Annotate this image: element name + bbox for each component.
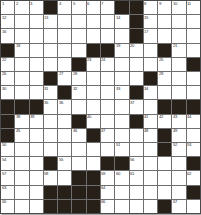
letter-cell-r3c13[interactable]	[172, 29, 185, 42]
letter-cell-r13c4[interactable]: 58	[44, 171, 57, 184]
black-cell-r15c7	[87, 200, 100, 213]
letter-cell-r5c2[interactable]	[15, 58, 28, 71]
clue-number: 38	[16, 114, 20, 119]
clue-number: 36	[59, 100, 63, 105]
letter-cell-r10c2[interactable]: 45	[15, 129, 28, 142]
letter-cell-r12c10[interactable]: 56	[130, 157, 143, 170]
letter-cell-r5c4[interactable]	[44, 58, 57, 71]
clue-number: 46	[73, 128, 77, 133]
crossword-grid: 1234567891011121314151617181920212223242…	[0, 0, 201, 214]
letter-cell-r1c7[interactable]: 6	[87, 1, 100, 14]
black-cell-r8c2	[15, 100, 28, 113]
letter-cell-r4c9[interactable]: 19	[115, 44, 128, 57]
letter-cell-r6c13[interactable]	[172, 72, 185, 85]
black-cell-r15c6	[72, 200, 85, 213]
clue-number: 28	[73, 71, 77, 76]
letter-cell-r15c3[interactable]	[30, 200, 43, 213]
letter-cell-r7c8[interactable]	[101, 86, 114, 99]
letter-cell-r12c1[interactable]: 54	[1, 157, 14, 170]
letter-cell-r12c3[interactable]	[30, 157, 43, 170]
black-cell-r5c6	[72, 58, 85, 71]
letter-cell-r14c3[interactable]	[30, 186, 43, 199]
clue-number: 41	[144, 114, 148, 119]
letter-cell-r14c9[interactable]	[115, 186, 128, 199]
clue-number: 14	[116, 15, 120, 20]
letter-cell-r10c6[interactable]: 46	[72, 129, 85, 142]
clue-number: 8	[144, 1, 146, 6]
letter-cell-r12c12[interactable]	[158, 157, 171, 170]
black-cell-r9c1	[1, 115, 14, 128]
letter-cell-r13c9[interactable]: 60	[115, 171, 128, 184]
letter-cell-r13c10[interactable]: 61	[130, 171, 143, 184]
letter-cell-r5c10[interactable]	[130, 58, 143, 71]
letter-cell-r10c11[interactable]: 48	[144, 129, 157, 142]
letter-cell-r2c13[interactable]	[172, 15, 185, 28]
clue-number: 60	[116, 171, 120, 176]
black-cell-r9c6	[72, 115, 85, 128]
letter-cell-r6c6[interactable]: 28	[72, 72, 85, 85]
letter-cell-r5c7[interactable]: 23	[87, 58, 100, 71]
letter-cell-r15c1[interactable]: 65	[1, 200, 14, 213]
clue-number: 37	[130, 100, 134, 105]
clue-number: 56	[130, 157, 134, 162]
letter-cell-r15c10[interactable]	[130, 200, 143, 213]
letter-cell-r6c2[interactable]	[15, 72, 28, 85]
letter-cell-r10c9[interactable]	[115, 129, 128, 142]
letter-cell-r7c1[interactable]: 30	[1, 86, 14, 99]
black-cell-r12c8	[101, 157, 114, 170]
black-cell-r9c10	[130, 115, 143, 128]
letter-cell-r7c6[interactable]: 32	[72, 86, 85, 99]
clue-number: 52	[173, 142, 177, 147]
clue-number: 50	[2, 142, 6, 147]
clue-number: 63	[2, 185, 6, 190]
black-cell-r15c12	[158, 200, 171, 213]
letter-cell-r13c13[interactable]	[172, 171, 185, 184]
letter-cell-r4c10[interactable]: 20	[130, 44, 143, 57]
clue-number: 39	[30, 114, 34, 119]
clue-number: 22	[2, 57, 6, 62]
letter-cell-r10c8[interactable]: 47	[101, 129, 114, 142]
black-cell-r12c14	[187, 157, 200, 170]
clue-number: 3	[30, 1, 32, 6]
letter-cell-r5c5[interactable]	[58, 58, 71, 71]
clue-number: 15	[144, 15, 148, 20]
letter-cell-r1c12[interactable]: 9	[158, 1, 171, 14]
letter-cell-r9c7[interactable]: 40	[87, 115, 100, 128]
letter-cell-r3c11[interactable]: 17	[144, 29, 157, 42]
letter-cell-r15c11[interactable]	[144, 200, 157, 213]
clue-number: 12	[2, 15, 6, 20]
clue-number: 35	[44, 100, 48, 105]
black-cell-r7c5	[58, 86, 71, 99]
letter-cell-r3c5[interactable]	[58, 29, 71, 42]
letter-cell-r9c11[interactable]: 41	[144, 115, 157, 128]
letter-cell-r2c7[interactable]	[87, 15, 100, 28]
letter-cell-r8c11[interactable]	[144, 100, 157, 113]
letter-cell-r10c10[interactable]	[130, 129, 143, 142]
letter-cell-r6c7[interactable]	[87, 72, 100, 85]
clue-number: 19	[116, 43, 120, 48]
clue-number: 31	[44, 86, 48, 91]
letter-cell-r11c9[interactable]: 51	[115, 143, 128, 156]
clue-number: 17	[144, 29, 148, 34]
letter-cell-r5c1[interactable]: 22	[1, 58, 14, 71]
letter-cell-r11c13[interactable]: 52	[172, 143, 185, 156]
black-cell-r13c7	[87, 171, 100, 184]
clue-number: 24	[101, 57, 105, 62]
letter-cell-r7c11[interactable]: 34	[144, 86, 157, 99]
black-cell-r13c6	[72, 171, 85, 184]
black-cell-r1c9	[115, 1, 128, 14]
letter-cell-r12c7[interactable]	[87, 157, 100, 170]
clue-number: 9	[159, 1, 161, 6]
clue-number: 33	[116, 86, 120, 91]
clue-number: 6	[87, 1, 89, 6]
letter-cell-r8c9[interactable]	[115, 100, 128, 113]
letter-cell-r4c6[interactable]	[72, 44, 85, 57]
clue-number: 49	[173, 128, 177, 133]
letter-cell-r2c12[interactable]	[158, 15, 171, 28]
letter-cell-r1c11[interactable]: 8	[144, 1, 157, 14]
clue-number: 18	[16, 43, 20, 48]
letter-cell-r12c6[interactable]	[72, 157, 85, 170]
black-cell-r15c5	[58, 200, 71, 213]
letter-cell-r8c10[interactable]: 37	[130, 100, 143, 113]
letter-cell-r2c14[interactable]	[187, 15, 200, 28]
letter-cell-r2c11[interactable]: 15	[144, 15, 157, 28]
letter-cell-r12c2[interactable]	[15, 157, 28, 170]
black-cell-r15c4	[44, 200, 57, 213]
letter-cell-r2c2[interactable]	[15, 15, 28, 28]
clue-number: 67	[173, 199, 177, 204]
black-cell-r1c10	[130, 1, 143, 14]
letter-cell-r1c5[interactable]: 4	[58, 1, 71, 14]
black-cell-r11c12	[158, 143, 171, 156]
letter-cell-r9c8[interactable]	[101, 115, 114, 128]
letter-cell-r15c2[interactable]	[15, 200, 28, 213]
letter-cell-r4c2[interactable]: 18	[15, 44, 28, 57]
clue-number: 2	[16, 1, 18, 6]
letter-cell-r11c3[interactable]	[30, 143, 43, 156]
letter-cell-r2c8[interactable]	[101, 15, 114, 28]
letter-cell-r8c6[interactable]	[72, 100, 85, 113]
black-cell-r4c8	[101, 44, 114, 57]
letter-cell-r2c5[interactable]	[58, 15, 71, 28]
letter-cell-r4c4[interactable]	[44, 44, 57, 57]
letter-cell-r1c1[interactable]: 1	[1, 1, 14, 14]
clue-number: 54	[2, 157, 6, 162]
letter-cell-r11c14[interactable]: 53	[187, 143, 200, 156]
letter-cell-r3c7[interactable]	[87, 29, 100, 42]
letter-cell-r6c14[interactable]	[187, 72, 200, 85]
clue-number: 64	[101, 185, 105, 190]
black-cell-r10c7	[87, 129, 100, 142]
clue-number: 61	[130, 171, 134, 176]
letter-cell-r5c13[interactable]	[172, 58, 185, 71]
letter-cell-r3c12[interactable]	[158, 29, 171, 42]
letter-cell-r7c3[interactable]	[30, 86, 43, 99]
clue-number: 7	[101, 1, 103, 6]
letter-cell-r7c7[interactable]	[87, 86, 100, 99]
letter-cell-r2c4[interactable]: 13	[44, 15, 57, 28]
letter-cell-r13c3[interactable]	[30, 171, 43, 184]
letter-cell-r4c13[interactable]: 21	[172, 44, 185, 57]
clue-number: 23	[87, 57, 91, 62]
letter-cell-r10c14[interactable]	[187, 129, 200, 142]
clue-number: 20	[130, 43, 134, 48]
clue-number: 42	[159, 114, 163, 119]
letter-cell-r11c4[interactable]	[44, 143, 57, 156]
clue-number: 66	[101, 199, 105, 204]
letter-cell-r11c8[interactable]	[101, 143, 114, 156]
letter-cell-r11c10[interactable]	[130, 143, 143, 156]
clue-number: 10	[173, 1, 177, 6]
letter-cell-r8c7[interactable]	[87, 100, 100, 113]
black-cell-r1c4	[44, 1, 57, 14]
black-cell-r4c12	[158, 44, 171, 57]
letter-cell-r3c14[interactable]	[187, 29, 200, 42]
clue-number: 11	[187, 1, 191, 6]
clue-number: 26	[2, 71, 6, 76]
letter-cell-r6c8[interactable]	[101, 72, 114, 85]
letter-cell-r3c1[interactable]: 16	[1, 29, 14, 42]
letter-cell-r13c5[interactable]	[58, 171, 71, 184]
clue-number: 16	[2, 29, 6, 34]
clue-number: 58	[44, 171, 48, 176]
clue-number: 51	[116, 142, 120, 147]
letter-cell-r7c12[interactable]	[158, 86, 171, 99]
black-cell-r2c10	[130, 15, 143, 28]
letter-cell-r15c14[interactable]	[187, 200, 200, 213]
letter-cell-r11c1[interactable]: 50	[1, 143, 14, 156]
clue-number: 29	[159, 71, 163, 76]
letter-cell-r12c13[interactable]	[172, 157, 185, 170]
letter-cell-r13c12[interactable]	[158, 171, 171, 184]
letter-cell-r9c14[interactable]: 44	[187, 115, 200, 128]
letter-cell-r14c8[interactable]: 64	[101, 186, 114, 199]
letter-cell-r3c2[interactable]	[15, 29, 28, 42]
letter-cell-r1c13[interactable]: 10	[172, 1, 185, 14]
letter-cell-r14c2[interactable]	[15, 186, 28, 199]
letter-cell-r14c11[interactable]	[144, 186, 157, 199]
letter-cell-r15c13[interactable]: 67	[172, 200, 185, 213]
black-cell-r5c14	[187, 58, 200, 71]
letter-cell-r6c12[interactable]: 29	[158, 72, 171, 85]
letter-cell-r3c6[interactable]	[72, 29, 85, 42]
letter-cell-r6c9[interactable]	[115, 72, 128, 85]
clue-number: 1	[2, 1, 4, 6]
black-cell-r4c7	[87, 44, 100, 57]
clue-number: 43	[173, 114, 177, 119]
clue-number: 30	[2, 86, 6, 91]
letter-cell-r6c1[interactable]: 26	[1, 72, 14, 85]
black-cell-r8c14	[187, 100, 200, 113]
clue-number: 34	[144, 86, 148, 91]
letter-cell-r15c9[interactable]	[115, 200, 128, 213]
letter-cell-r6c5[interactable]: 27	[58, 72, 71, 85]
clue-number: 47	[101, 128, 105, 133]
letter-cell-r2c3[interactable]	[30, 15, 43, 28]
letter-cell-r9c4[interactable]	[44, 115, 57, 128]
black-cell-r10c1	[1, 129, 14, 142]
black-cell-r6c11	[144, 72, 157, 85]
letter-cell-r5c11[interactable]	[144, 58, 157, 71]
letter-cell-r7c9[interactable]: 33	[115, 86, 128, 99]
letter-cell-r3c9[interactable]	[115, 29, 128, 42]
clue-number: 57	[2, 171, 6, 176]
letter-cell-r12c11[interactable]	[144, 157, 157, 170]
letter-cell-r9c9[interactable]	[115, 115, 128, 128]
black-cell-r12c9	[115, 157, 128, 170]
letter-cell-r5c3[interactable]	[30, 58, 43, 71]
crossword-puzzle: 1234567891011121314151617181920212223242…	[0, 0, 201, 215]
black-cell-r14c7	[87, 186, 100, 199]
clue-number: 55	[59, 157, 63, 162]
letter-cell-r11c11[interactable]	[144, 143, 157, 156]
letter-cell-r9c13[interactable]: 43	[172, 115, 185, 128]
black-cell-r8c13	[172, 100, 185, 113]
letter-cell-r3c8[interactable]	[101, 29, 114, 42]
letter-cell-r1c2[interactable]: 2	[15, 1, 28, 14]
letter-cell-r8c5[interactable]: 36	[58, 100, 71, 113]
letter-cell-r2c6[interactable]	[72, 15, 85, 28]
clue-number: 27	[59, 71, 63, 76]
black-cell-r3c10	[130, 29, 143, 42]
black-cell-r8c3	[30, 100, 43, 113]
letter-cell-r13c11[interactable]	[144, 171, 157, 184]
letter-cell-r13c2[interactable]	[15, 171, 28, 184]
letter-cell-r15c8[interactable]: 66	[101, 200, 114, 213]
letter-cell-r5c8[interactable]: 24	[101, 58, 114, 71]
clue-number: 48	[144, 128, 148, 133]
black-cell-r10c12	[158, 129, 171, 142]
letter-cell-r5c12[interactable]: 25	[158, 58, 171, 71]
letter-cell-r7c4[interactable]: 31	[44, 86, 57, 99]
black-cell-r14c4	[44, 186, 57, 199]
letter-cell-r2c9[interactable]: 14	[115, 15, 128, 28]
letter-cell-r8c4[interactable]: 35	[44, 100, 57, 113]
clue-number: 4	[59, 1, 61, 6]
black-cell-r4c1	[1, 44, 14, 57]
letter-cell-r7c2[interactable]	[15, 86, 28, 99]
letter-cell-r7c13[interactable]	[172, 86, 185, 99]
clue-number: 5	[73, 1, 75, 6]
letter-cell-r7c14[interactable]	[187, 86, 200, 99]
clue-number: 25	[159, 57, 163, 62]
letter-cell-r12c5[interactable]: 55	[58, 157, 71, 170]
letter-cell-r1c3[interactable]: 3	[30, 1, 43, 14]
letter-cell-r1c14[interactable]: 11	[187, 1, 200, 14]
letter-cell-r10c5[interactable]	[58, 129, 71, 142]
clue-number: 32	[73, 86, 77, 91]
clue-number: 21	[173, 43, 177, 48]
black-cell-r14c5	[58, 186, 71, 199]
letter-cell-r8c8[interactable]	[101, 100, 114, 113]
letter-cell-r13c8[interactable]: 59	[101, 171, 114, 184]
letter-cell-r4c5[interactable]	[58, 44, 71, 57]
letter-cell-r10c4[interactable]	[44, 129, 57, 142]
black-cell-r7c10	[130, 86, 143, 99]
letter-cell-r13c1[interactable]: 57	[1, 171, 14, 184]
letter-cell-r4c3[interactable]	[30, 44, 43, 57]
letter-cell-r3c4[interactable]	[44, 29, 57, 42]
letter-cell-r9c3[interactable]: 39	[30, 115, 43, 128]
letter-cell-r11c2[interactable]	[15, 143, 28, 156]
letter-cell-r14c12[interactable]	[158, 186, 171, 199]
letter-cell-r6c10[interactable]	[130, 72, 143, 85]
letter-cell-r14c13[interactable]	[172, 186, 185, 199]
letter-cell-r14c10[interactable]	[130, 186, 143, 199]
black-cell-r12c4	[44, 157, 57, 170]
letter-cell-r9c12[interactable]: 42	[158, 115, 171, 128]
letter-cell-r2c1[interactable]: 12	[1, 15, 14, 28]
letter-cell-r11c6[interactable]	[72, 143, 85, 156]
clue-number: 40	[87, 114, 91, 119]
clue-number: 53	[187, 142, 191, 147]
letter-cell-r4c11[interactable]	[144, 44, 157, 57]
clue-number: 59	[101, 171, 105, 176]
black-cell-r6c4	[44, 72, 57, 85]
letter-cell-r11c7[interactable]	[87, 143, 100, 156]
black-cell-r14c14	[187, 186, 200, 199]
letter-cell-r6c3[interactable]	[30, 72, 43, 85]
letter-cell-r13c14[interactable]: 62	[187, 171, 200, 184]
black-cell-r8c1	[1, 100, 14, 113]
letter-cell-r4c14[interactable]	[187, 44, 200, 57]
black-cell-r8c12	[158, 100, 171, 113]
clue-number: 65	[2, 199, 6, 204]
black-cell-r14c6	[72, 186, 85, 199]
letter-cell-r9c2[interactable]: 38	[15, 115, 28, 128]
clue-number: 44	[187, 114, 191, 119]
clue-number: 13	[44, 15, 48, 20]
clue-number: 45	[16, 128, 20, 133]
letter-cell-r3c3[interactable]	[30, 29, 43, 42]
letter-cell-r14c1[interactable]: 63	[1, 186, 14, 199]
letter-cell-r1c6[interactable]: 5	[72, 1, 85, 14]
letter-cell-r1c8[interactable]: 7	[101, 1, 114, 14]
letter-cell-r10c3[interactable]	[30, 129, 43, 142]
letter-cell-r10c13[interactable]: 49	[172, 129, 185, 142]
letter-cell-r5c9[interactable]	[115, 58, 128, 71]
letter-cell-r11c5[interactable]	[58, 143, 71, 156]
clue-number: 62	[187, 171, 191, 176]
letter-cell-r9c5[interactable]	[58, 115, 71, 128]
